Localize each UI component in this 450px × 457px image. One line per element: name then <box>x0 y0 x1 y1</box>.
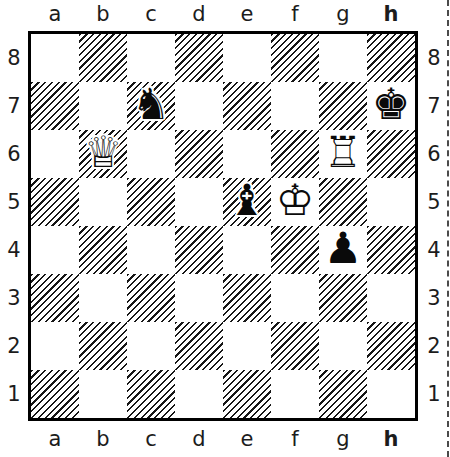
file-label-f: f <box>271 421 319 457</box>
file-label-g: g <box>319 0 367 28</box>
square-d7 <box>175 82 223 130</box>
square-g5 <box>319 178 367 226</box>
square-f8 <box>271 34 319 82</box>
square-g6: ♜♖ <box>319 130 367 178</box>
square-e4 <box>223 226 271 274</box>
rank-label-1: 1 <box>418 370 450 418</box>
rank-label-6: 6 <box>418 130 450 178</box>
rank-label-2: 2 <box>418 322 450 370</box>
square-c1 <box>127 370 175 418</box>
square-h1 <box>367 370 415 418</box>
square-d4 <box>175 226 223 274</box>
square-g7 <box>319 82 367 130</box>
square-b8 <box>79 34 127 82</box>
square-h3 <box>367 274 415 322</box>
file-label-e: e <box>223 421 271 457</box>
rank-label-4: 4 <box>0 226 28 274</box>
rank-label-8: 8 <box>418 34 450 82</box>
square-f5: ♚♔ <box>271 178 319 226</box>
white-rook-glyph: ♖ <box>324 131 363 174</box>
white-queen-b6: ♛♕ <box>79 130 127 178</box>
square-e1 <box>223 370 271 418</box>
square-d6 <box>175 130 223 178</box>
square-f7 <box>271 82 319 130</box>
file-label-d: d <box>175 421 223 457</box>
file-labels-top: abcdefgh <box>31 0 415 28</box>
file-label-a: a <box>31 421 79 457</box>
square-a4 <box>31 226 79 274</box>
square-b3 <box>79 274 127 322</box>
square-h2 <box>367 322 415 370</box>
black-king-glyph: ♚ <box>372 83 411 126</box>
chess-board: ♞♞♚♚♛♕♜♖♝♝♚♔♟♟ <box>28 31 418 421</box>
rank-label-5: 5 <box>418 178 450 226</box>
square-d8 <box>175 34 223 82</box>
white-rook-g6: ♜♖ <box>319 130 367 178</box>
square-f3 <box>271 274 319 322</box>
square-g3 <box>319 274 367 322</box>
square-a7 <box>31 82 79 130</box>
square-c5 <box>127 178 175 226</box>
square-e5: ♝♝ <box>223 178 271 226</box>
file-label-c: c <box>127 0 175 28</box>
square-f1 <box>271 370 319 418</box>
black-bishop-e5: ♝♝ <box>223 178 271 226</box>
file-label-b: b <box>79 0 127 28</box>
square-c6 <box>127 130 175 178</box>
black-bishop-glyph: ♝ <box>228 179 267 222</box>
square-e7 <box>223 82 271 130</box>
chess-diagram: abcdefgh 87654321 ♞♞♚♚♛♕♜♖♝♝♚♔♟♟ 8765432… <box>0 0 450 457</box>
square-a6 <box>31 130 79 178</box>
square-d2 <box>175 322 223 370</box>
square-f4 <box>271 226 319 274</box>
square-c2 <box>127 322 175 370</box>
square-d5 <box>175 178 223 226</box>
black-knight-c7: ♞♞ <box>127 82 175 130</box>
square-g2 <box>319 322 367 370</box>
black-pawn-g4: ♟♟ <box>319 226 367 274</box>
square-f2 <box>271 322 319 370</box>
file-label-b: b <box>79 421 127 457</box>
file-label-a: a <box>31 0 79 28</box>
rank-labels-right: 87654321 <box>418 34 450 418</box>
white-king-f5: ♚♔ <box>271 178 319 226</box>
black-knight-glyph: ♞ <box>132 83 171 126</box>
rank-label-6: 6 <box>0 130 28 178</box>
square-a8 <box>31 34 79 82</box>
square-g8 <box>319 34 367 82</box>
square-h6 <box>367 130 415 178</box>
square-e3 <box>223 274 271 322</box>
rank-label-8: 8 <box>0 34 28 82</box>
rank-label-3: 3 <box>0 274 28 322</box>
file-label-g: g <box>319 421 367 457</box>
black-king-h7: ♚♚ <box>367 82 415 130</box>
square-e8 <box>223 34 271 82</box>
square-h4 <box>367 226 415 274</box>
file-labels-bottom: abcdefgh <box>31 421 415 457</box>
square-f6 <box>271 130 319 178</box>
square-d1 <box>175 370 223 418</box>
square-a2 <box>31 322 79 370</box>
square-a5 <box>31 178 79 226</box>
file-label-h: h <box>367 421 415 457</box>
rank-label-5: 5 <box>0 178 28 226</box>
white-king-glyph: ♔ <box>276 179 315 222</box>
rank-label-2: 2 <box>0 322 28 370</box>
white-queen-glyph: ♕ <box>84 131 123 174</box>
square-c7: ♞♞ <box>127 82 175 130</box>
rank-label-3: 3 <box>418 274 450 322</box>
square-a1 <box>31 370 79 418</box>
square-c8 <box>127 34 175 82</box>
square-g4: ♟♟ <box>319 226 367 274</box>
square-d3 <box>175 274 223 322</box>
black-pawn-glyph: ♟ <box>324 227 363 270</box>
square-b2 <box>79 322 127 370</box>
square-g1 <box>319 370 367 418</box>
rank-labels-left: 87654321 <box>0 34 28 418</box>
square-c4 <box>127 226 175 274</box>
square-e2 <box>223 322 271 370</box>
square-c3 <box>127 274 175 322</box>
square-b1 <box>79 370 127 418</box>
square-b4 <box>79 226 127 274</box>
rank-label-4: 4 <box>418 226 450 274</box>
scan-edge-dashed-line <box>447 0 449 457</box>
square-a3 <box>31 274 79 322</box>
rank-label-1: 1 <box>0 370 28 418</box>
square-e6 <box>223 130 271 178</box>
rank-label-7: 7 <box>0 82 28 130</box>
square-h5 <box>367 178 415 226</box>
square-b6: ♛♕ <box>79 130 127 178</box>
square-b7 <box>79 82 127 130</box>
file-label-h: h <box>367 0 415 28</box>
square-b5 <box>79 178 127 226</box>
file-label-f: f <box>271 0 319 28</box>
file-label-c: c <box>127 421 175 457</box>
square-h7: ♚♚ <box>367 82 415 130</box>
square-h8 <box>367 34 415 82</box>
rank-label-7: 7 <box>418 82 450 130</box>
file-label-e: e <box>223 0 271 28</box>
file-label-d: d <box>175 0 223 28</box>
